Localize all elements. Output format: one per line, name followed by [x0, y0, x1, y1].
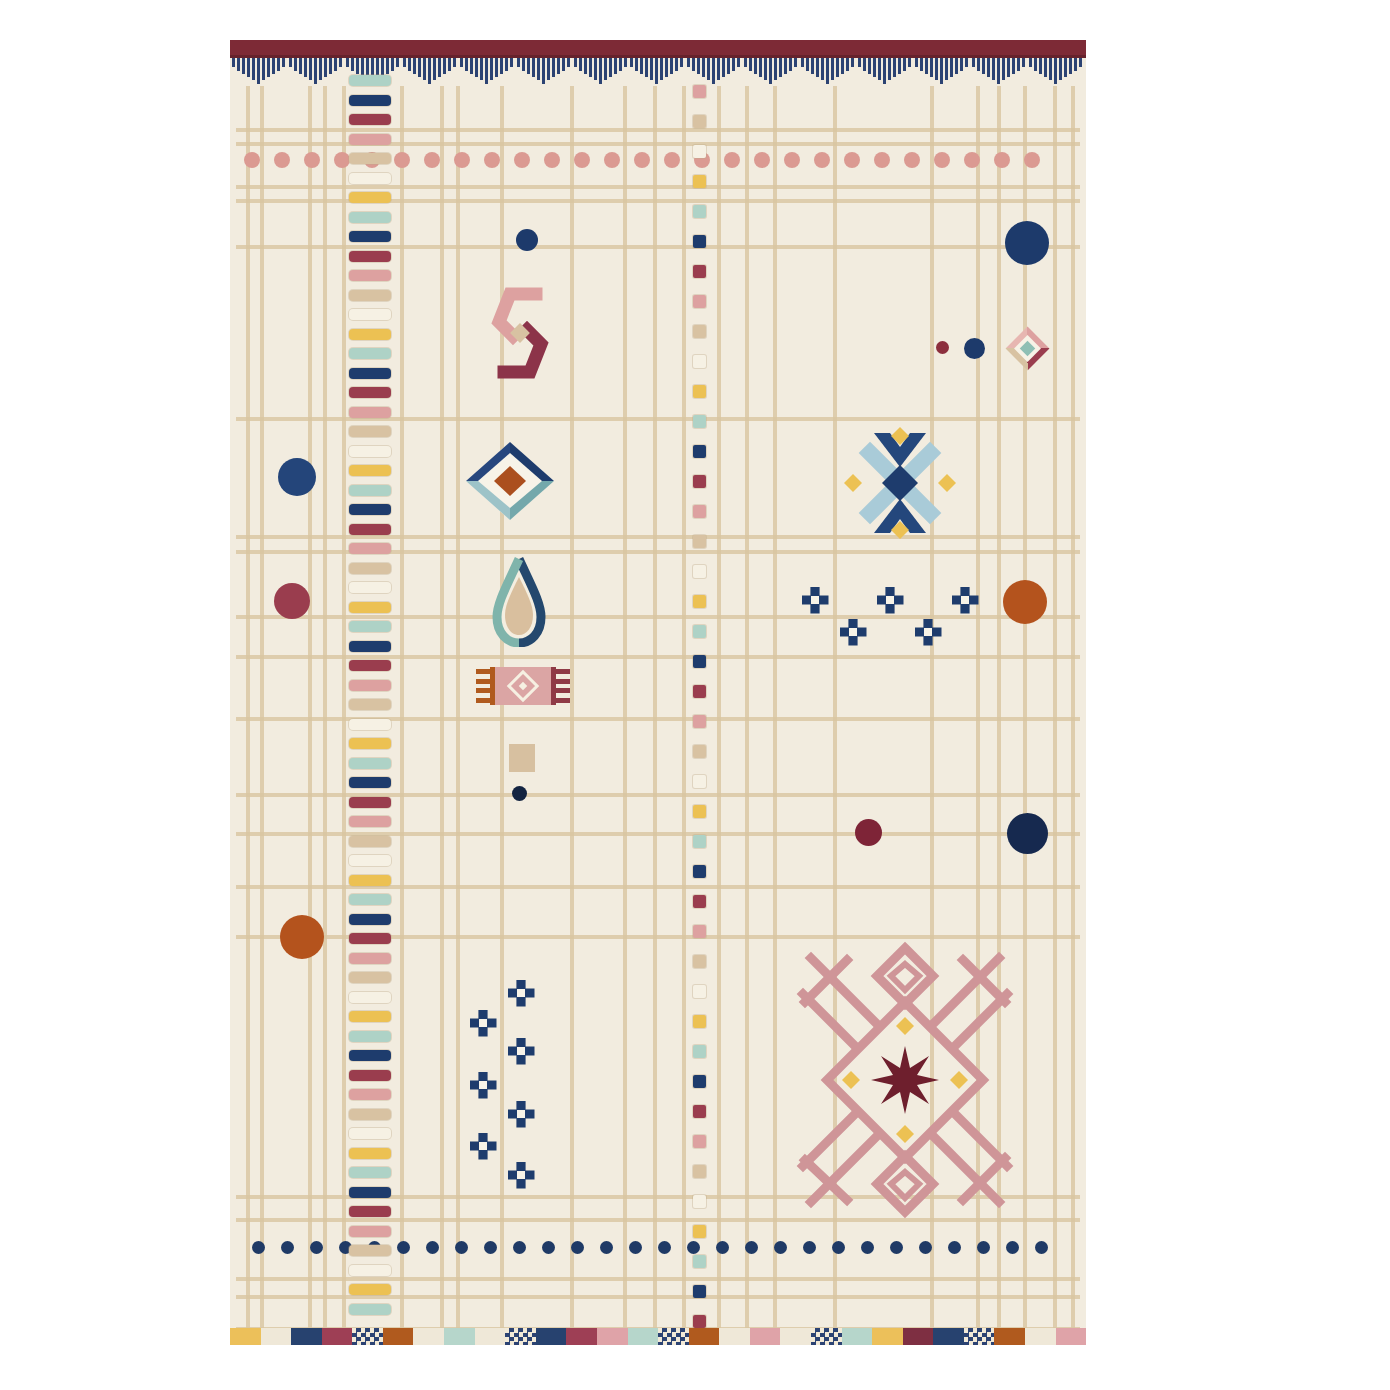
fringe-bar	[1012, 58, 1015, 74]
navy-border-dot	[571, 1241, 584, 1254]
fringe-bar	[1029, 58, 1032, 67]
grid-line-vertical	[623, 86, 627, 1328]
center-strip-square	[693, 745, 706, 758]
navy-border-dot	[1006, 1241, 1019, 1254]
fringe-bar	[707, 58, 710, 80]
fringe-bar	[480, 58, 483, 80]
center-strip-square	[693, 775, 706, 788]
left-strip-bar	[349, 1226, 391, 1237]
fringe-bar	[712, 58, 715, 84]
left-strip-bar	[349, 660, 391, 671]
cross-center	[811, 596, 819, 604]
fringe-bar	[764, 58, 767, 80]
pink-dot	[544, 152, 560, 168]
grid-line-vertical	[500, 86, 504, 1328]
center-strip-square	[693, 1045, 706, 1058]
left-strip-bar	[349, 192, 391, 203]
fringe-bar	[779, 58, 782, 77]
fringe-bar	[252, 58, 255, 80]
navy-border-dot	[716, 1241, 729, 1254]
pink-dot	[724, 152, 740, 168]
center-strip-square	[693, 1165, 706, 1178]
center-strip-square	[693, 895, 706, 908]
fringe-bar	[1007, 58, 1010, 77]
fringe-bar	[1039, 58, 1042, 74]
fringe-bar	[737, 58, 740, 67]
diamond-eye-motif	[464, 440, 556, 522]
grid-line-horizontal	[236, 615, 1080, 619]
bottom-block-check	[811, 1328, 842, 1345]
fringe-bar	[475, 58, 478, 77]
center-strip-square	[693, 115, 706, 128]
navy-cross-row1-1	[802, 587, 829, 614]
navy-border-dot	[803, 1241, 816, 1254]
left-strip-bar	[349, 992, 391, 1003]
fringe-bar	[749, 58, 752, 71]
grid-line-vertical	[1071, 86, 1075, 1328]
fringe-bar	[1044, 58, 1047, 77]
fringe-bar	[294, 58, 297, 71]
fringe-bar	[878, 58, 881, 80]
fringe-bar	[346, 58, 349, 67]
cross-center	[517, 1171, 525, 1179]
left-strip-bar	[349, 153, 391, 164]
center-strip-square	[693, 925, 706, 938]
center-strip-square	[693, 1255, 706, 1268]
grid-line-vertical	[342, 86, 346, 1328]
fringe-cluster	[517, 58, 572, 88]
fringe-bar	[1069, 58, 1072, 74]
left-strip-bar	[349, 777, 391, 788]
left-strip-bar	[349, 212, 391, 223]
navy-border-dot	[455, 1241, 468, 1254]
fringe-cluster	[744, 58, 799, 88]
fringe-bar	[433, 58, 436, 80]
fringe-bar	[334, 58, 337, 71]
mini-rug-fringe-right	[556, 667, 570, 705]
center-strip-square	[693, 835, 706, 848]
fringe-bar	[356, 58, 359, 74]
fringe-bar	[1064, 58, 1067, 77]
left-strip-bar	[349, 1206, 391, 1217]
pink-dot	[244, 152, 260, 168]
left-strip-bar	[349, 1050, 391, 1061]
center-strip-square	[693, 865, 706, 878]
left-strip-bar	[349, 270, 391, 281]
fringe-cluster	[630, 58, 685, 88]
left-strip-bar	[349, 1304, 391, 1315]
navy-cross-col-6	[470, 1133, 497, 1160]
fringe-cluster	[574, 58, 629, 88]
bottom-block-mint	[628, 1328, 659, 1345]
left-strip-bar	[349, 329, 391, 340]
grid-line-vertical	[717, 86, 721, 1328]
fringe-bar	[413, 58, 416, 74]
left-strip-bar	[349, 836, 391, 847]
bottom-block-rust	[994, 1328, 1025, 1345]
center-strip-square	[693, 475, 706, 488]
navy-cross-row1-2	[840, 619, 867, 646]
fringe-bar	[589, 58, 592, 77]
fringe-bar	[759, 58, 762, 77]
grid-line-vertical	[440, 86, 444, 1328]
left-strip-bar	[349, 914, 391, 925]
left-strip-bar	[349, 621, 391, 632]
navy-border-dot	[513, 1241, 526, 1254]
grid-line-vertical	[682, 86, 686, 1328]
bottom-block-yellow	[230, 1328, 261, 1345]
center-strip-square	[693, 505, 706, 518]
left-strip-bar	[349, 1245, 391, 1256]
left-strip-bar	[349, 348, 391, 359]
fringe-bar	[1002, 58, 1005, 80]
bottom-block-yellow	[872, 1328, 903, 1345]
navy-cross-row1-5	[952, 587, 979, 614]
fringe-bar	[517, 58, 520, 67]
left-strip-bar	[349, 1109, 391, 1120]
fringe-bar	[692, 58, 695, 71]
center-strip-square	[693, 955, 706, 968]
bottom-block-pale	[413, 1328, 444, 1345]
center-strip-square	[693, 1285, 706, 1298]
fringe-bar	[670, 58, 673, 74]
left-strip-bar	[349, 1148, 391, 1159]
fringe-bar	[403, 58, 406, 67]
fringe-bar	[304, 58, 307, 77]
fringe-bar	[624, 58, 627, 67]
fringe-bar	[687, 58, 690, 67]
mini-rug-body	[495, 667, 551, 705]
center-strip-square	[693, 595, 706, 608]
fringe-bar	[537, 58, 540, 80]
bottom-block-pale	[1025, 1328, 1056, 1345]
fringe-bar	[510, 58, 513, 67]
center-strip-square	[693, 1225, 706, 1238]
navy-cross-col-4	[470, 1072, 497, 1099]
fringe-bar	[754, 58, 757, 74]
grid-line-horizontal	[236, 417, 1080, 421]
fringe-bar	[609, 58, 612, 77]
grid-line-horizontal	[236, 245, 1080, 249]
fringe-bar	[655, 58, 658, 84]
fringe-bar	[495, 58, 498, 77]
fringe-bar	[562, 58, 565, 71]
fringe-bar	[567, 58, 570, 67]
fringe-bar	[722, 58, 725, 77]
fringe-bar	[821, 58, 824, 80]
pink-dot	[844, 152, 860, 168]
fringe-cluster	[460, 58, 515, 88]
fringe-cluster	[915, 58, 970, 88]
bottom-block-check	[964, 1328, 995, 1345]
fringe-bar	[262, 58, 265, 80]
center-strip-square	[693, 265, 706, 278]
large-navy-circle-upper-right	[1005, 221, 1049, 265]
fringe-bar	[443, 58, 446, 74]
fringe-bar	[660, 58, 663, 80]
left-strip-bar	[349, 485, 391, 496]
bottom-block-navy	[536, 1328, 567, 1345]
rust-circle-right	[1003, 580, 1047, 624]
fringe-bar	[584, 58, 587, 74]
bottom-block-pink	[750, 1328, 781, 1345]
fringe-bar	[391, 58, 394, 71]
bottom-block-berry	[566, 1328, 597, 1345]
fringe-bar	[858, 58, 861, 67]
navy-border-dot	[600, 1241, 613, 1254]
fringe-bar	[744, 58, 747, 67]
fringe-bar	[977, 58, 980, 71]
fringe-bar	[794, 58, 797, 67]
fringe-cluster	[858, 58, 913, 88]
pink-dot	[664, 152, 680, 168]
pink-dot	[904, 152, 920, 168]
fringe-bar	[727, 58, 730, 74]
fringe-bar	[314, 58, 317, 84]
fringe-bar	[680, 58, 683, 67]
rust-circle-lower-left	[280, 915, 324, 959]
pink-dot	[424, 152, 440, 168]
left-strip-bar	[349, 251, 391, 262]
fringe-bar	[428, 58, 431, 84]
navy-border-dot	[919, 1241, 932, 1254]
fringe-bar	[1079, 58, 1082, 67]
fringe-bar	[386, 58, 389, 74]
pink-dot	[604, 152, 620, 168]
bottom-block-check	[352, 1328, 383, 1345]
fringe-bar	[470, 58, 473, 74]
left-strip-bar	[349, 543, 391, 554]
cross-center	[517, 1047, 525, 1055]
small-maroon-dot-trio	[936, 341, 949, 354]
center-strip-square	[693, 1075, 706, 1088]
pink-dot	[394, 152, 410, 168]
center-strip-square	[693, 445, 706, 458]
navy-cross-col-7	[508, 1162, 535, 1189]
fringe-bar	[935, 58, 938, 80]
fringe-bar	[324, 58, 327, 77]
rug	[230, 40, 1086, 1345]
grid-line-horizontal	[236, 128, 1080, 132]
fringe-cluster	[403, 58, 458, 88]
center-strip-square	[693, 1315, 706, 1328]
fringe-bar	[448, 58, 451, 71]
grid-line-vertical	[456, 86, 460, 1328]
fringe-bar	[702, 58, 705, 77]
fringe-bar	[299, 58, 302, 74]
grid-line-horizontal	[236, 1277, 1080, 1281]
fringe-bar	[846, 58, 849, 71]
center-strip-square	[693, 85, 706, 98]
hook-motif	[488, 285, 552, 381]
fringe-bar	[950, 58, 953, 77]
pink-dot	[1024, 152, 1040, 168]
fringe-bar	[630, 58, 633, 67]
center-strip-square	[693, 985, 706, 998]
left-strip-bar	[349, 504, 391, 515]
fringe-bar	[863, 58, 866, 71]
fringe-bar	[955, 58, 958, 74]
left-strip-bar	[349, 1167, 391, 1178]
fringe-bar	[888, 58, 891, 80]
fringe-bar	[460, 58, 463, 67]
fringe-cluster	[289, 58, 344, 88]
left-strip-bar	[349, 114, 391, 125]
fringe-bar	[604, 58, 607, 80]
center-strip-square	[693, 655, 706, 668]
fringe-bar	[485, 58, 488, 84]
pink-dot	[934, 152, 950, 168]
fringe-bar	[267, 58, 270, 77]
fringe-bar	[972, 58, 975, 67]
fringe-bar	[542, 58, 545, 84]
left-strip-bar	[349, 426, 391, 437]
fringe-bar	[282, 58, 285, 67]
left-strip-bar	[349, 875, 391, 886]
navy-border-dot	[948, 1241, 961, 1254]
bottom-block-pale	[780, 1328, 811, 1345]
berry-circle-left	[274, 583, 310, 619]
fringe-bar	[960, 58, 963, 71]
fringe-bar	[717, 58, 720, 80]
fringe-bar	[898, 58, 901, 74]
bottom-block-check	[505, 1328, 536, 1345]
grid-line-horizontal	[236, 1295, 1080, 1299]
left-strip-bar	[349, 894, 391, 905]
pink-dot	[634, 152, 650, 168]
grid-line-vertical	[308, 86, 312, 1328]
grid-line-vertical	[400, 86, 404, 1328]
quad-diamond-inner-white	[1013, 334, 1040, 361]
center-strip-square	[693, 535, 706, 548]
center-strip-square	[693, 1135, 706, 1148]
beige-square	[509, 744, 535, 772]
fringe-bar	[645, 58, 648, 77]
bottom-block-rust	[383, 1328, 414, 1345]
left-strip-bar	[349, 1128, 391, 1139]
navy-border-dot	[426, 1241, 439, 1254]
left-strip-bar	[349, 758, 391, 769]
fringe-bar	[289, 58, 292, 67]
pink-dot	[754, 152, 770, 168]
cross-center	[479, 1142, 487, 1150]
fringe-bar	[237, 58, 240, 71]
navy-border-dot	[832, 1241, 845, 1254]
bottom-block-maroon	[903, 1328, 934, 1345]
left-strip-bar	[349, 524, 391, 535]
left-strip-bar	[349, 972, 391, 983]
fringe-bar	[257, 58, 260, 84]
mini-rug-fringe-left	[476, 667, 490, 705]
left-strip-bar	[349, 797, 391, 808]
product-photo-canvas	[0, 0, 1390, 1390]
cross-center	[517, 989, 525, 997]
cross-center	[924, 628, 932, 636]
fringe-bar	[665, 58, 668, 77]
fringe-bar	[277, 58, 280, 71]
fringe-bar	[619, 58, 622, 71]
fringe-bar	[1034, 58, 1037, 71]
fringe-bar	[811, 58, 814, 74]
teardrop-motif	[489, 555, 549, 647]
left-strip-bar	[349, 446, 391, 457]
center-strip-square	[693, 325, 706, 338]
bottom-block-pale	[261, 1328, 292, 1345]
navy-border-dot	[252, 1241, 265, 1254]
fringe-bar	[242, 58, 245, 74]
fringe-bar	[915, 58, 918, 67]
grid-line-horizontal	[236, 655, 1080, 659]
pink-dot	[484, 152, 500, 168]
pink-dot	[574, 152, 590, 168]
fringe-bar	[920, 58, 923, 71]
grid-line-horizontal	[236, 885, 1080, 889]
fringe-bar	[769, 58, 772, 84]
fringe-bar	[522, 58, 525, 71]
maroon-dot-mid-right	[855, 819, 882, 846]
grid-line-vertical	[773, 86, 777, 1328]
center-strip-square	[693, 295, 706, 308]
pink-dot	[964, 152, 980, 168]
fringe-bar	[1054, 58, 1057, 84]
left-strip-bar	[349, 582, 391, 593]
left-strip-bar	[349, 680, 391, 691]
cross-center	[961, 596, 969, 604]
fringe-cluster	[1029, 58, 1084, 88]
fringe-cluster	[972, 58, 1027, 88]
fringe-bar	[836, 58, 839, 77]
left-strip-bar	[349, 387, 391, 398]
cross-center	[517, 1110, 525, 1118]
center-strip-square	[693, 385, 706, 398]
fringe-bar	[329, 58, 332, 74]
fringe-bar	[418, 58, 421, 77]
fringe-bar	[992, 58, 995, 80]
cross-center	[886, 596, 894, 604]
fringe-bar	[925, 58, 928, 74]
fringe-bar	[527, 58, 530, 74]
fringe-bar	[557, 58, 560, 74]
bottom-block-pale	[475, 1328, 506, 1345]
fringe-bar	[532, 58, 535, 77]
left-strip-bar	[349, 1031, 391, 1042]
fringe-bar	[883, 58, 886, 84]
grid-line-vertical	[1053, 86, 1057, 1328]
left-strip-bar	[349, 290, 391, 301]
fringe-bar	[574, 58, 577, 67]
fringe-bar	[732, 58, 735, 71]
fringe-bar	[396, 58, 399, 67]
fringe-bar	[806, 58, 809, 71]
fringe-bar	[868, 58, 871, 74]
center-strip-square	[693, 145, 706, 158]
navy-border-dot	[310, 1241, 323, 1254]
navy-circle-left	[278, 458, 316, 496]
mini-rug-motif	[476, 667, 570, 705]
grid-line-vertical	[653, 86, 657, 1328]
bottom-block-pale	[719, 1328, 750, 1345]
fringe-bar	[841, 58, 844, 74]
fringe-bar	[453, 58, 456, 67]
navy-border-dot	[629, 1241, 642, 1254]
left-strip-bar	[349, 563, 391, 574]
navy-border-dot	[861, 1241, 874, 1254]
left-strip-bar	[349, 602, 391, 613]
fringe-bar	[801, 58, 804, 67]
fringe-bar	[1049, 58, 1052, 80]
fringe-bar	[309, 58, 312, 80]
fringe-bar	[784, 58, 787, 74]
